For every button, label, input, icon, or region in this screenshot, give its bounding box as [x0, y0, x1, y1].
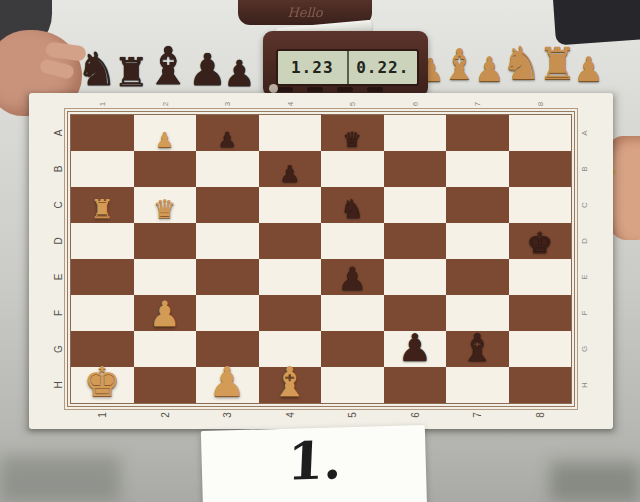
piece-wP-a2: ♟	[155, 130, 174, 150]
captured-black-pawn: ♟	[188, 48, 227, 92]
piece-wR-c1: ♜	[91, 197, 114, 222]
square-d2	[134, 223, 197, 259]
piece-bN-c5: ♞	[341, 197, 364, 222]
square-g5	[321, 331, 384, 367]
rank-label-top-1: 1	[98, 102, 107, 106]
captured-white-pieces-tray: ♟♝♟♞♜♟	[416, 2, 548, 86]
file-label-left-B: B	[53, 166, 64, 173]
square-h2	[134, 367, 197, 403]
square-c4	[259, 187, 322, 223]
piece-bP-e5: ♟	[338, 264, 367, 294]
file-label-left-A: A	[53, 130, 64, 137]
rank-label-bottom-6: 6	[409, 412, 420, 418]
piece-wK-h1: ♚	[84, 363, 121, 402]
captured-black-pieces-tray: ♞♜♝♟♟	[76, 6, 222, 92]
tournament-photo: ♞♜♝♟♟ ♟♝♟♞♜♟ Hello 1.23 0.22. ♟♟♛♟♜♛♞♚♟♟…	[0, 0, 640, 502]
square-a8	[509, 115, 572, 151]
piece-bP-g6: ♟	[398, 330, 432, 366]
clock-left-time: 1.23	[278, 51, 347, 84]
table-shadow	[550, 462, 640, 502]
captured-white-rook: ♜	[538, 42, 577, 86]
square-f8	[509, 295, 572, 331]
clock-right-time: 0.22.	[349, 51, 418, 84]
captured-black-knight: ♞	[76, 46, 117, 92]
captured-white-bishop: ♝	[441, 44, 479, 86]
square-b5	[321, 151, 384, 187]
square-d8: ♚	[509, 223, 572, 259]
square-e1	[71, 259, 134, 295]
rank-label-top-3: 3	[223, 102, 232, 106]
square-f1	[71, 295, 134, 331]
square-b8	[509, 151, 572, 187]
square-f7	[446, 295, 509, 331]
file-label-left-G: G	[53, 345, 64, 353]
square-b7	[446, 151, 509, 187]
square-g1	[71, 331, 134, 367]
square-f6	[384, 295, 447, 331]
square-b6	[384, 151, 447, 187]
rank-label-bottom-3: 3	[222, 412, 233, 418]
file-label-right-H: H	[580, 382, 589, 388]
table-number-sign: 1.	[201, 425, 427, 502]
square-h4: ♝	[259, 367, 322, 403]
square-g4	[259, 331, 322, 367]
square-b1	[71, 151, 134, 187]
square-g3	[196, 331, 259, 367]
captured-black-bishop: ♝	[145, 40, 192, 92]
file-label-right-B: B	[580, 166, 589, 171]
file-label-right-F: F	[580, 311, 589, 316]
table-number-text: 1.	[285, 429, 343, 502]
piece-wP-f2: ♟	[149, 297, 180, 330]
piece-bP-b4: ♟	[279, 164, 300, 186]
rank-label-bottom-5: 5	[347, 412, 358, 418]
square-h7	[446, 367, 509, 403]
table-shadow	[0, 456, 120, 502]
nameplate-text: Hello	[287, 5, 322, 20]
square-d5	[321, 223, 384, 259]
piece-bP-a3: ♟	[218, 130, 237, 150]
file-label-right-G: G	[580, 346, 589, 352]
square-e3	[196, 259, 259, 295]
square-g8	[509, 331, 572, 367]
square-d1	[71, 223, 134, 259]
file-label-left-H: H	[53, 381, 64, 388]
square-c2: ♛	[134, 187, 197, 223]
piece-bQ-a5: ♛	[343, 130, 362, 150]
rank-label-top-8: 8	[535, 102, 544, 106]
rank-label-bottom-1: 1	[97, 412, 108, 418]
piece-wP-h3: ♟	[209, 363, 246, 402]
captured-white-knight: ♞	[501, 40, 542, 86]
square-a1	[71, 115, 134, 151]
square-e7	[446, 259, 509, 295]
square-a3: ♟	[196, 115, 259, 151]
square-a5: ♛	[321, 115, 384, 151]
square-c3	[196, 187, 259, 223]
square-h1: ♚	[71, 367, 134, 403]
rank-label-bottom-2: 2	[159, 412, 170, 418]
rank-label-top-4: 4	[285, 102, 294, 106]
captured-white-pawn: ♟	[574, 52, 604, 86]
square-g2	[134, 331, 197, 367]
square-e4	[259, 259, 322, 295]
square-e5: ♟	[321, 259, 384, 295]
captured-black-pawn: ♟	[223, 56, 255, 92]
square-h5	[321, 367, 384, 403]
square-e6	[384, 259, 447, 295]
square-b4: ♟	[259, 151, 322, 187]
square-f5	[321, 295, 384, 331]
rank-label-bottom-4: 4	[284, 412, 295, 418]
square-a6	[384, 115, 447, 151]
square-f4	[259, 295, 322, 331]
square-f3	[196, 295, 259, 331]
piece-bB-g7: ♝	[460, 330, 494, 366]
square-d7	[446, 223, 509, 259]
square-d6	[384, 223, 447, 259]
file-label-left-C: C	[53, 201, 64, 208]
rank-label-top-7: 7	[473, 102, 482, 106]
square-e2	[134, 259, 197, 295]
file-label-right-A: A	[580, 130, 589, 135]
captured-black-rook: ♜	[113, 52, 149, 92]
rank-label-top-2: 2	[160, 102, 169, 106]
piece-wQ-c2: ♛	[153, 197, 176, 222]
square-b3	[196, 151, 259, 187]
file-label-right-D: D	[580, 238, 589, 244]
file-label-left-D: D	[53, 237, 64, 244]
square-c8	[509, 187, 572, 223]
square-g6: ♟	[384, 331, 447, 367]
square-d3	[196, 223, 259, 259]
square-c5: ♞	[321, 187, 384, 223]
square-h3: ♟	[196, 367, 259, 403]
square-g7: ♝	[446, 331, 509, 367]
file-label-right-E: E	[580, 274, 589, 279]
chessboard: ♟♟♛♟♜♛♞♚♟♟♟♝♚♟♝ 1122334455667788AABBCCDD…	[29, 93, 613, 429]
square-c7	[446, 187, 509, 223]
rank-label-bottom-7: 7	[472, 412, 483, 418]
piece-wB-h4: ♝	[271, 363, 308, 402]
square-d4	[259, 223, 322, 259]
rank-label-top-6: 6	[410, 102, 419, 106]
square-c6	[384, 187, 447, 223]
square-c1: ♜	[71, 187, 134, 223]
square-e8	[509, 259, 572, 295]
rank-label-top-5: 5	[348, 102, 357, 106]
square-b2	[134, 151, 197, 187]
file-label-right-C: C	[580, 202, 589, 208]
file-label-left-F: F	[53, 310, 64, 316]
square-a4	[259, 115, 322, 151]
chess-clock: 1.23 0.22.	[263, 31, 428, 97]
square-f2: ♟	[134, 295, 197, 331]
clock-display: 1.23 0.22.	[276, 49, 419, 86]
rank-label-bottom-8: 8	[534, 412, 545, 418]
piece-bK-d8: ♚	[527, 230, 553, 258]
file-label-left-E: E	[53, 274, 64, 281]
board-squares: ♟♟♛♟♜♛♞♚♟♟♟♝♚♟♝	[71, 115, 571, 403]
square-h8	[509, 367, 572, 403]
square-a7	[446, 115, 509, 151]
square-a2: ♟	[134, 115, 197, 151]
square-h6	[384, 367, 447, 403]
